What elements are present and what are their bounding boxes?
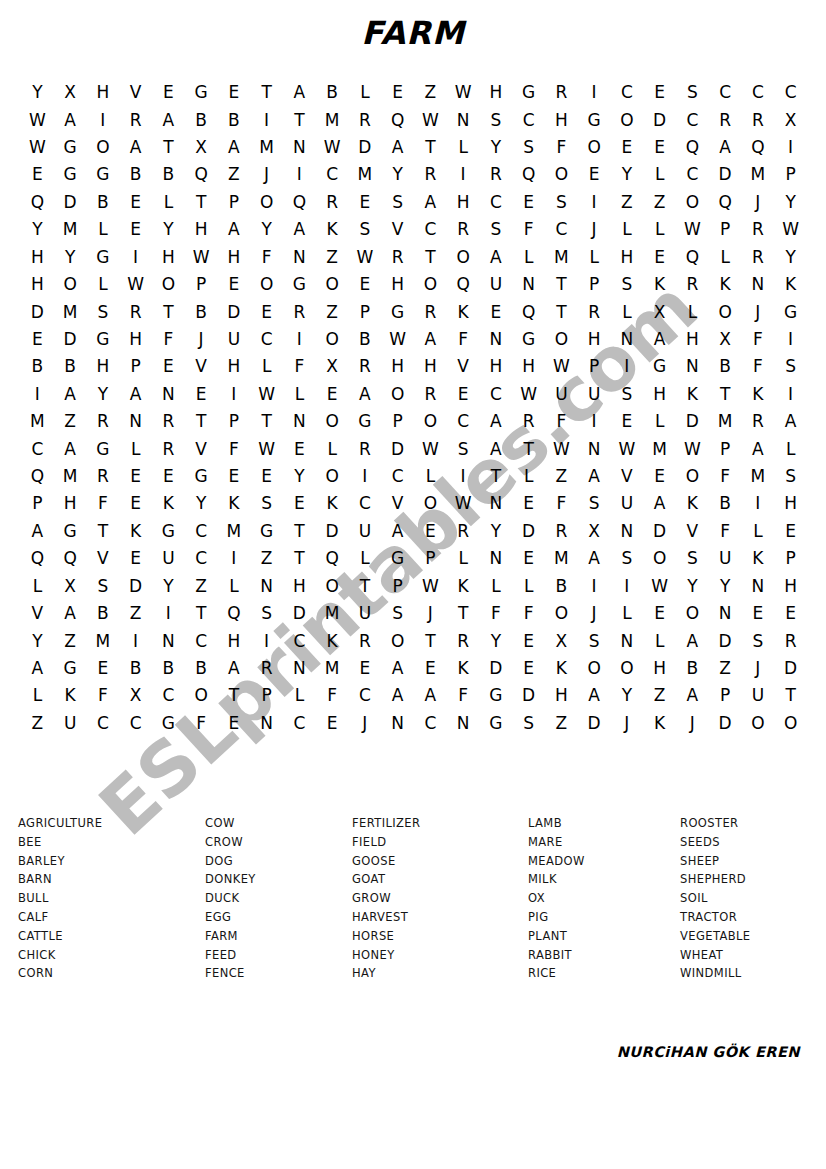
grid-cell[interactable]: F xyxy=(742,326,775,353)
grid-cell[interactable]: G xyxy=(87,326,120,353)
grid-cell[interactable]: H xyxy=(87,353,120,380)
grid-cell[interactable]: Y xyxy=(54,243,87,270)
grid-cell[interactable]: W xyxy=(21,106,54,133)
grid-cell[interactable]: G xyxy=(774,298,807,325)
grid-cell[interactable]: P xyxy=(709,435,742,462)
grid-cell[interactable]: L xyxy=(480,572,513,599)
grid-cell[interactable]: H xyxy=(447,189,480,216)
grid-cell[interactable]: N xyxy=(480,490,513,517)
grid-cell[interactable]: L xyxy=(349,545,382,572)
grid-cell[interactable]: D xyxy=(709,161,742,188)
grid-cell[interactable]: C xyxy=(676,161,709,188)
grid-cell[interactable]: N xyxy=(381,710,414,737)
grid-cell[interactable]: E xyxy=(316,710,349,737)
grid-cell[interactable]: S xyxy=(578,627,611,654)
grid-cell[interactable]: C xyxy=(545,216,578,243)
grid-cell[interactable]: O xyxy=(578,655,611,682)
grid-cell[interactable]: M xyxy=(545,243,578,270)
grid-cell[interactable]: W xyxy=(119,271,152,298)
grid-cell[interactable]: T xyxy=(414,134,447,161)
grid-cell[interactable]: U xyxy=(480,271,513,298)
grid-cell[interactable]: H xyxy=(676,326,709,353)
grid-cell[interactable]: R xyxy=(447,216,480,243)
grid-cell[interactable]: P xyxy=(250,682,283,709)
grid-cell[interactable]: Y xyxy=(21,627,54,654)
grid-cell[interactable]: P xyxy=(381,408,414,435)
grid-cell[interactable]: O xyxy=(316,572,349,599)
grid-cell[interactable]: T xyxy=(512,435,545,462)
grid-cell[interactable]: W xyxy=(676,435,709,462)
grid-cell[interactable]: E xyxy=(480,298,513,325)
grid-cell[interactable]: K xyxy=(774,271,807,298)
grid-cell[interactable]: U xyxy=(611,490,644,517)
grid-cell[interactable]: N xyxy=(283,408,316,435)
grid-cell[interactable]: F xyxy=(545,134,578,161)
grid-cell[interactable]: G xyxy=(152,518,185,545)
grid-cell[interactable]: T xyxy=(218,682,251,709)
grid-cell[interactable]: D xyxy=(709,710,742,737)
grid-cell[interactable]: D xyxy=(480,655,513,682)
grid-cell[interactable]: T xyxy=(185,189,218,216)
grid-cell[interactable]: U xyxy=(578,381,611,408)
grid-cell[interactable]: A xyxy=(414,326,447,353)
grid-cell[interactable]: Y xyxy=(676,572,709,599)
grid-cell[interactable]: O xyxy=(676,189,709,216)
grid-cell[interactable]: I xyxy=(578,79,611,106)
grid-cell[interactable]: S xyxy=(349,216,382,243)
grid-cell[interactable]: Y xyxy=(185,490,218,517)
grid-cell[interactable]: H xyxy=(21,271,54,298)
grid-cell[interactable]: T xyxy=(152,134,185,161)
grid-cell[interactable]: I xyxy=(152,600,185,627)
grid-cell[interactable]: B xyxy=(545,572,578,599)
grid-cell[interactable]: Y xyxy=(283,463,316,490)
grid-cell[interactable]: L xyxy=(643,627,676,654)
grid-cell[interactable]: E xyxy=(152,463,185,490)
grid-cell[interactable]: E xyxy=(218,271,251,298)
grid-cell[interactable]: L xyxy=(611,600,644,627)
grid-cell[interactable]: G xyxy=(54,518,87,545)
grid-cell[interactable]: L xyxy=(774,435,807,462)
grid-cell[interactable]: S xyxy=(774,353,807,380)
grid-cell[interactable]: R xyxy=(152,408,185,435)
grid-cell[interactable]: X xyxy=(709,326,742,353)
grid-cell[interactable]: N xyxy=(480,326,513,353)
grid-cell[interactable]: A xyxy=(119,134,152,161)
grid-cell[interactable]: L xyxy=(21,682,54,709)
grid-cell[interactable]: R xyxy=(414,298,447,325)
grid-cell[interactable]: I xyxy=(349,463,382,490)
grid-cell[interactable]: R xyxy=(349,106,382,133)
grid-cell[interactable]: D xyxy=(381,435,414,462)
grid-cell[interactable]: T xyxy=(414,243,447,270)
grid-cell[interactable]: N xyxy=(611,326,644,353)
grid-cell[interactable]: I xyxy=(218,545,251,572)
grid-cell[interactable]: U xyxy=(152,545,185,572)
grid-cell[interactable]: R xyxy=(545,518,578,545)
grid-cell[interactable]: A xyxy=(381,518,414,545)
grid-cell[interactable]: Y xyxy=(480,518,513,545)
grid-cell[interactable]: O xyxy=(742,710,775,737)
grid-cell[interactable]: Y xyxy=(774,243,807,270)
grid-cell[interactable]: E xyxy=(512,545,545,572)
grid-cell[interactable]: A xyxy=(218,134,251,161)
grid-cell[interactable]: C xyxy=(480,189,513,216)
grid-cell[interactable]: N xyxy=(283,243,316,270)
grid-cell[interactable]: R xyxy=(774,627,807,654)
grid-cell[interactable]: C xyxy=(250,326,283,353)
grid-cell[interactable]: J xyxy=(349,710,382,737)
grid-cell[interactable]: L xyxy=(643,408,676,435)
grid-cell[interactable]: I xyxy=(250,106,283,133)
grid-cell[interactable]: A xyxy=(480,243,513,270)
grid-cell[interactable]: R xyxy=(709,106,742,133)
grid-cell[interactable]: J xyxy=(742,655,775,682)
grid-cell[interactable]: V xyxy=(676,518,709,545)
grid-cell[interactable]: A xyxy=(119,381,152,408)
grid-cell[interactable]: H xyxy=(283,572,316,599)
grid-cell[interactable]: P xyxy=(709,216,742,243)
grid-cell[interactable]: X xyxy=(545,627,578,654)
grid-cell[interactable]: L xyxy=(218,572,251,599)
grid-cell[interactable]: B xyxy=(87,189,120,216)
grid-cell[interactable]: K xyxy=(643,271,676,298)
grid-cell[interactable]: E xyxy=(643,79,676,106)
grid-cell[interactable]: C xyxy=(480,381,513,408)
grid-cell[interactable]: E xyxy=(316,381,349,408)
grid-cell[interactable]: B xyxy=(119,655,152,682)
grid-cell[interactable]: O xyxy=(774,710,807,737)
grid-cell[interactable]: A xyxy=(480,408,513,435)
grid-cell[interactable]: K xyxy=(119,518,152,545)
grid-cell[interactable]: J xyxy=(611,710,644,737)
grid-cell[interactable]: A xyxy=(578,545,611,572)
grid-cell[interactable]: E xyxy=(611,134,644,161)
grid-cell[interactable]: F xyxy=(87,682,120,709)
grid-cell[interactable]: B xyxy=(152,655,185,682)
grid-cell[interactable]: D xyxy=(349,134,382,161)
grid-cell[interactable]: J xyxy=(414,600,447,627)
grid-cell[interactable]: F xyxy=(250,243,283,270)
grid-cell[interactable]: Y xyxy=(21,79,54,106)
grid-cell[interactable]: A xyxy=(218,216,251,243)
grid-cell[interactable]: G xyxy=(512,326,545,353)
grid-cell[interactable]: C xyxy=(316,161,349,188)
grid-cell[interactable]: B xyxy=(185,655,218,682)
grid-cell[interactable]: T xyxy=(283,518,316,545)
grid-cell[interactable]: P xyxy=(218,408,251,435)
grid-cell[interactable]: K xyxy=(742,381,775,408)
grid-cell[interactable]: M xyxy=(87,627,120,654)
grid-cell[interactable]: X xyxy=(119,682,152,709)
grid-cell[interactable]: I xyxy=(119,627,152,654)
grid-cell[interactable]: L xyxy=(87,216,120,243)
grid-cell[interactable]: E xyxy=(119,216,152,243)
grid-cell[interactable]: I xyxy=(283,161,316,188)
grid-cell[interactable]: M xyxy=(316,106,349,133)
grid-cell[interactable]: W xyxy=(676,216,709,243)
grid-cell[interactable]: L xyxy=(709,243,742,270)
grid-cell[interactable]: R xyxy=(447,518,480,545)
grid-cell[interactable]: Q xyxy=(512,161,545,188)
grid-cell[interactable]: N xyxy=(283,655,316,682)
grid-cell[interactable]: W xyxy=(447,490,480,517)
grid-cell[interactable]: E xyxy=(218,710,251,737)
grid-cell[interactable]: T xyxy=(250,79,283,106)
grid-cell[interactable]: K xyxy=(218,490,251,517)
grid-cell[interactable]: S xyxy=(512,710,545,737)
grid-cell[interactable]: D xyxy=(218,298,251,325)
grid-cell[interactable]: O xyxy=(414,408,447,435)
grid-cell[interactable]: D xyxy=(54,189,87,216)
grid-cell[interactable]: S xyxy=(87,298,120,325)
grid-cell[interactable]: E xyxy=(414,655,447,682)
grid-cell[interactable]: B xyxy=(54,353,87,380)
grid-cell[interactable]: S xyxy=(742,627,775,654)
grid-cell[interactable]: N xyxy=(152,627,185,654)
grid-cell[interactable]: E xyxy=(512,189,545,216)
grid-cell[interactable]: M xyxy=(316,600,349,627)
grid-cell[interactable]: I xyxy=(250,627,283,654)
grid-cell[interactable]: R xyxy=(152,435,185,462)
grid-cell[interactable]: A xyxy=(218,655,251,682)
grid-cell[interactable]: O xyxy=(316,463,349,490)
grid-cell[interactable]: M xyxy=(742,463,775,490)
grid-cell[interactable]: E xyxy=(414,518,447,545)
grid-cell[interactable]: N xyxy=(447,106,480,133)
grid-cell[interactable]: Y xyxy=(480,627,513,654)
grid-cell[interactable]: K xyxy=(152,490,185,517)
grid-cell[interactable]: A xyxy=(381,134,414,161)
grid-cell[interactable]: U xyxy=(349,518,382,545)
grid-cell[interactable]: N xyxy=(742,271,775,298)
grid-cell[interactable]: L xyxy=(283,381,316,408)
grid-cell[interactable]: O xyxy=(316,408,349,435)
grid-cell[interactable]: V xyxy=(381,216,414,243)
grid-cell[interactable]: J xyxy=(742,298,775,325)
grid-cell[interactable]: G xyxy=(480,682,513,709)
grid-cell[interactable]: H xyxy=(545,106,578,133)
grid-cell[interactable]: U xyxy=(545,381,578,408)
grid-cell[interactable]: D xyxy=(316,518,349,545)
grid-cell[interactable]: H xyxy=(152,243,185,270)
grid-cell[interactable]: H xyxy=(643,381,676,408)
grid-cell[interactable]: A xyxy=(54,435,87,462)
grid-cell[interactable]: T xyxy=(349,572,382,599)
grid-cell[interactable]: R xyxy=(414,161,447,188)
grid-cell[interactable]: A xyxy=(676,627,709,654)
grid-cell[interactable]: T xyxy=(250,408,283,435)
grid-cell[interactable]: L xyxy=(512,572,545,599)
grid-cell[interactable]: E xyxy=(152,79,185,106)
grid-cell[interactable]: R xyxy=(447,627,480,654)
grid-cell[interactable]: S xyxy=(611,545,644,572)
grid-cell[interactable]: Y xyxy=(152,572,185,599)
grid-cell[interactable]: W xyxy=(349,243,382,270)
grid-cell[interactable]: T xyxy=(152,298,185,325)
grid-cell[interactable]: Z xyxy=(54,408,87,435)
grid-cell[interactable]: U xyxy=(709,545,742,572)
grid-cell[interactable]: B xyxy=(676,655,709,682)
grid-cell[interactable]: L xyxy=(250,353,283,380)
grid-cell[interactable]: R xyxy=(742,408,775,435)
grid-cell[interactable]: H xyxy=(87,79,120,106)
grid-cell[interactable]: O xyxy=(414,490,447,517)
grid-cell[interactable]: N xyxy=(480,545,513,572)
grid-cell[interactable]: R xyxy=(349,353,382,380)
grid-cell[interactable]: Z xyxy=(643,682,676,709)
grid-cell[interactable]: R xyxy=(545,79,578,106)
grid-cell[interactable]: S xyxy=(578,490,611,517)
grid-cell[interactable]: C xyxy=(611,79,644,106)
grid-cell[interactable]: H xyxy=(414,353,447,380)
grid-cell[interactable]: S xyxy=(381,600,414,627)
grid-cell[interactable]: J xyxy=(742,189,775,216)
grid-cell[interactable]: X xyxy=(54,572,87,599)
grid-cell[interactable]: W xyxy=(414,435,447,462)
grid-cell[interactable]: A xyxy=(774,408,807,435)
grid-cell[interactable]: H xyxy=(185,216,218,243)
grid-cell[interactable]: H xyxy=(218,353,251,380)
grid-cell[interactable]: G xyxy=(480,710,513,737)
grid-cell[interactable]: S xyxy=(447,435,480,462)
grid-cell[interactable]: C xyxy=(414,710,447,737)
grid-cell[interactable]: M xyxy=(316,655,349,682)
grid-cell[interactable]: G xyxy=(283,271,316,298)
grid-cell[interactable]: P xyxy=(185,271,218,298)
grid-cell[interactable]: D xyxy=(578,710,611,737)
grid-cell[interactable]: H xyxy=(381,271,414,298)
grid-cell[interactable]: N xyxy=(283,134,316,161)
grid-cell[interactable]: Q xyxy=(283,189,316,216)
grid-cell[interactable]: W xyxy=(414,572,447,599)
grid-cell[interactable]: L xyxy=(611,298,644,325)
grid-cell[interactable]: I xyxy=(447,463,480,490)
grid-cell[interactable]: A xyxy=(742,435,775,462)
grid-cell[interactable]: V xyxy=(119,79,152,106)
grid-cell[interactable]: G xyxy=(152,710,185,737)
grid-cell[interactable]: O xyxy=(643,545,676,572)
grid-cell[interactable]: V xyxy=(185,353,218,380)
grid-cell[interactable]: G xyxy=(185,79,218,106)
grid-cell[interactable]: Z xyxy=(545,710,578,737)
grid-cell[interactable]: E xyxy=(512,627,545,654)
grid-cell[interactable]: N xyxy=(709,600,742,627)
grid-cell[interactable]: B xyxy=(709,490,742,517)
grid-cell[interactable]: B xyxy=(185,106,218,133)
grid-cell[interactable]: I xyxy=(774,134,807,161)
grid-cell[interactable]: R xyxy=(87,408,120,435)
grid-cell[interactable]: H xyxy=(774,572,807,599)
grid-cell[interactable]: O xyxy=(676,600,709,627)
grid-cell[interactable]: F xyxy=(512,600,545,627)
grid-cell[interactable]: R xyxy=(381,243,414,270)
grid-cell[interactable]: X xyxy=(774,106,807,133)
grid-cell[interactable]: T xyxy=(185,408,218,435)
grid-cell[interactable]: E xyxy=(21,161,54,188)
grid-cell[interactable]: B xyxy=(87,600,120,627)
grid-cell[interactable]: E xyxy=(87,655,120,682)
grid-cell[interactable]: H xyxy=(21,243,54,270)
grid-cell[interactable]: T xyxy=(709,381,742,408)
grid-cell[interactable]: Q xyxy=(676,134,709,161)
grid-cell[interactable]: C xyxy=(349,682,382,709)
grid-cell[interactable]: L xyxy=(676,298,709,325)
grid-cell[interactable]: E xyxy=(447,381,480,408)
grid-cell[interactable]: G xyxy=(54,655,87,682)
grid-cell[interactable]: R xyxy=(742,243,775,270)
grid-cell[interactable]: E xyxy=(218,463,251,490)
grid-cell[interactable]: I xyxy=(447,161,480,188)
grid-cell[interactable]: I xyxy=(578,189,611,216)
grid-cell[interactable]: A xyxy=(54,381,87,408)
grid-cell[interactable]: E xyxy=(349,271,382,298)
grid-cell[interactable]: C xyxy=(742,79,775,106)
grid-cell[interactable]: F xyxy=(709,518,742,545)
grid-cell[interactable]: O xyxy=(87,134,120,161)
grid-cell[interactable]: L xyxy=(21,572,54,599)
grid-cell[interactable]: S xyxy=(381,189,414,216)
grid-cell[interactable]: N xyxy=(611,518,644,545)
grid-cell[interactable]: R xyxy=(250,655,283,682)
grid-cell[interactable]: H xyxy=(54,490,87,517)
grid-cell[interactable]: R xyxy=(349,627,382,654)
grid-cell[interactable]: D xyxy=(643,518,676,545)
grid-cell[interactable]: U xyxy=(742,682,775,709)
grid-cell[interactable]: J xyxy=(578,216,611,243)
grid-cell[interactable]: Z xyxy=(119,600,152,627)
grid-cell[interactable]: Z xyxy=(316,298,349,325)
grid-cell[interactable]: M xyxy=(742,161,775,188)
grid-cell[interactable]: A xyxy=(381,682,414,709)
grid-cell[interactable]: L xyxy=(283,682,316,709)
grid-cell[interactable]: G xyxy=(250,518,283,545)
grid-cell[interactable]: Q xyxy=(218,600,251,627)
grid-cell[interactable]: W xyxy=(447,79,480,106)
grid-cell[interactable]: E xyxy=(185,381,218,408)
grid-cell[interactable]: I xyxy=(774,326,807,353)
grid-cell[interactable]: K xyxy=(643,710,676,737)
grid-cell[interactable]: E xyxy=(742,600,775,627)
grid-cell[interactable]: C xyxy=(185,518,218,545)
grid-cell[interactable]: Z xyxy=(611,189,644,216)
grid-cell[interactable]: W xyxy=(545,435,578,462)
grid-cell[interactable]: C xyxy=(119,710,152,737)
grid-cell[interactable]: D xyxy=(21,298,54,325)
grid-cell[interactable]: M xyxy=(709,408,742,435)
grid-cell[interactable]: A xyxy=(54,600,87,627)
grid-cell[interactable]: G xyxy=(643,353,676,380)
grid-cell[interactable]: C xyxy=(447,408,480,435)
grid-cell[interactable]: G xyxy=(381,545,414,572)
grid-cell[interactable]: T xyxy=(185,600,218,627)
grid-cell[interactable]: A xyxy=(349,381,382,408)
grid-cell[interactable]: E xyxy=(21,326,54,353)
grid-cell[interactable]: Q xyxy=(742,134,775,161)
grid-cell[interactable]: Q xyxy=(512,298,545,325)
grid-cell[interactable]: E xyxy=(119,463,152,490)
grid-cell[interactable]: K xyxy=(676,381,709,408)
grid-cell[interactable]: H xyxy=(480,79,513,106)
grid-cell[interactable]: N xyxy=(447,710,480,737)
grid-cell[interactable]: T xyxy=(480,463,513,490)
grid-cell[interactable]: L xyxy=(414,463,447,490)
grid-cell[interactable]: F xyxy=(709,463,742,490)
grid-cell[interactable]: E xyxy=(250,298,283,325)
grid-cell[interactable]: R xyxy=(676,271,709,298)
grid-cell[interactable]: F xyxy=(447,682,480,709)
grid-cell[interactable]: Q xyxy=(709,189,742,216)
